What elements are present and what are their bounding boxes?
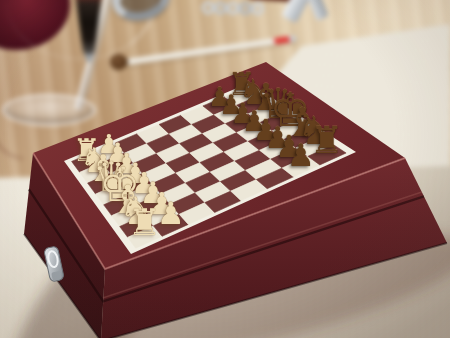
chess-pieces-layer: ♜♞♝♛♚♝♞♜♟♟♟♟♟♟♟♟♟♟♟♟♟♟♟♟♜♞♝♛♚♝♞♜ (0, 0, 450, 338)
photo-scene: ♜♞♝♛♚♝♞♜♟♟♟♟♟♟♟♟♟♟♟♟♟♟♟♟♜♞♝♛♚♝♞♜ (0, 0, 450, 338)
piece-black-p-h7: ♟ (287, 140, 315, 171)
piece-black-r-h8: ♜ (310, 122, 343, 159)
piece-white-r-h1: ♜ (128, 204, 161, 241)
